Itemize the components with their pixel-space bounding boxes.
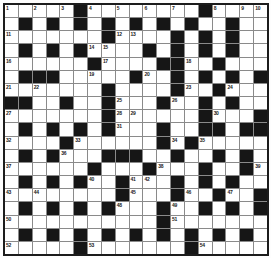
cell-r3-c9[interactable]: 12 bbox=[116, 31, 129, 43]
cell-r19-c10[interactable] bbox=[130, 242, 143, 254]
clue-number-20: 20 bbox=[144, 71, 149, 77]
cell-r19-c5[interactable] bbox=[60, 242, 73, 254]
black-cell-r2-c6 bbox=[74, 18, 87, 30]
cell-r8-c18[interactable] bbox=[240, 97, 253, 109]
cell-r5-c14[interactable]: 18 bbox=[185, 58, 198, 70]
cell-r17-c10[interactable] bbox=[130, 216, 143, 228]
cell-r13-c5[interactable] bbox=[60, 163, 73, 175]
cell-r13-c4[interactable] bbox=[47, 163, 60, 175]
cell-r7-c11[interactable] bbox=[143, 84, 156, 96]
cell-r19-c16[interactable] bbox=[213, 242, 226, 254]
cell-r13-c13[interactable] bbox=[171, 163, 184, 175]
cell-r7-c10[interactable] bbox=[130, 84, 143, 96]
cell-r7-c15[interactable] bbox=[199, 84, 212, 96]
cell-r18-c7[interactable] bbox=[88, 229, 101, 241]
cell-r3-c1[interactable]: 11 bbox=[5, 31, 18, 43]
cell-r9-c6[interactable] bbox=[74, 110, 87, 122]
cell-r18-c11[interactable] bbox=[143, 229, 156, 241]
cell-r7-c2[interactable] bbox=[19, 84, 32, 96]
cell-r5-c17[interactable] bbox=[226, 58, 239, 70]
cell-r11-c17[interactable] bbox=[226, 137, 239, 149]
black-cell-r5-c16 bbox=[213, 58, 226, 70]
cell-r12-c14[interactable] bbox=[185, 150, 198, 162]
cell-r17-c13[interactable]: 51 bbox=[171, 216, 184, 228]
cell-r19-c18[interactable] bbox=[240, 242, 253, 254]
cell-r2-c3[interactable] bbox=[33, 18, 46, 30]
cell-r17-c14[interactable] bbox=[185, 216, 198, 228]
cell-r15-c18[interactable] bbox=[240, 189, 253, 201]
cell-r4-c8[interactable]: 15 bbox=[102, 44, 115, 56]
cell-r5-c2[interactable] bbox=[19, 58, 32, 70]
black-cell-r4-c17 bbox=[226, 44, 239, 56]
cell-r10-c5[interactable] bbox=[60, 123, 73, 135]
cell-r17-c16[interactable] bbox=[213, 216, 226, 228]
cell-r17-c15[interactable] bbox=[199, 216, 212, 228]
cell-r15-c6[interactable] bbox=[74, 189, 87, 201]
cell-r4-c5[interactable] bbox=[60, 44, 73, 56]
cell-r1-c1[interactable]: 1 bbox=[5, 5, 18, 17]
cell-r6-c1[interactable] bbox=[5, 71, 18, 83]
cell-r18-c15[interactable] bbox=[199, 229, 212, 241]
cell-r4-c14[interactable] bbox=[185, 44, 198, 56]
cell-r9-c5[interactable] bbox=[60, 110, 73, 122]
cell-r19-c7[interactable]: 53 bbox=[88, 242, 101, 254]
cell-r9-c2[interactable] bbox=[19, 110, 32, 122]
cell-r1-c3[interactable]: 2 bbox=[33, 5, 46, 17]
cell-r17-c3[interactable] bbox=[33, 216, 46, 228]
black-cell-r2-c2 bbox=[19, 18, 32, 30]
cell-r9-c13[interactable] bbox=[171, 110, 184, 122]
clue-number-46: 46 bbox=[186, 189, 191, 195]
cell-r9-c10[interactable]: 29 bbox=[130, 110, 143, 122]
cell-r10-c3[interactable] bbox=[33, 123, 46, 135]
cell-r4-c10[interactable] bbox=[130, 44, 143, 56]
cell-r11-c16[interactable] bbox=[213, 137, 226, 149]
cell-r17-c5[interactable] bbox=[60, 216, 73, 228]
cell-r4-c7[interactable]: 14 bbox=[88, 44, 101, 56]
cell-r7-c17[interactable]: 24 bbox=[226, 84, 239, 96]
cell-r17-c18[interactable] bbox=[240, 216, 253, 228]
cell-r5-c6[interactable] bbox=[74, 58, 87, 70]
cell-r8-c4[interactable] bbox=[47, 97, 60, 109]
cell-r1-c4[interactable] bbox=[47, 5, 60, 17]
cell-r1-c7[interactable]: 4 bbox=[88, 5, 101, 17]
cell-r4-c9[interactable] bbox=[116, 44, 129, 56]
cell-r8-c10[interactable] bbox=[130, 97, 143, 109]
cell-r3-c2[interactable] bbox=[19, 31, 32, 43]
cell-r15-c3[interactable]: 44 bbox=[33, 189, 46, 201]
cell-r3-c3[interactable] bbox=[33, 31, 46, 43]
cell-r19-c12[interactable] bbox=[157, 242, 170, 254]
cell-r7-c3[interactable]: 22 bbox=[33, 84, 46, 96]
cell-r4-c18[interactable] bbox=[240, 44, 253, 56]
cell-r1-c5[interactable]: 3 bbox=[60, 5, 73, 17]
cell-r4-c19[interactable] bbox=[254, 44, 267, 56]
cell-r1-c18[interactable]: 9 bbox=[240, 5, 253, 17]
cell-r15-c7[interactable] bbox=[88, 189, 101, 201]
cell-r7-c5[interactable] bbox=[60, 84, 73, 96]
cell-r14-c14[interactable] bbox=[185, 176, 198, 188]
black-cell-r6-c4 bbox=[47, 71, 60, 83]
cell-r14-c11[interactable]: 42 bbox=[143, 176, 156, 188]
cell-r1-c12[interactable] bbox=[157, 5, 170, 17]
cell-r10-c14[interactable] bbox=[185, 123, 198, 135]
cell-r10-c7[interactable] bbox=[88, 123, 101, 135]
cell-r17-c4[interactable] bbox=[47, 216, 60, 228]
cell-r16-c7[interactable] bbox=[88, 202, 101, 214]
cell-r1-c13[interactable]: 7 bbox=[171, 5, 184, 17]
black-cell-r7-c13 bbox=[171, 84, 184, 96]
cell-r9-c1[interactable]: 27 bbox=[5, 110, 18, 122]
cell-r1-c8[interactable] bbox=[102, 5, 115, 17]
cell-r10-c10[interactable] bbox=[130, 123, 143, 135]
cell-r18-c13[interactable] bbox=[171, 229, 184, 241]
cell-r11-c10[interactable] bbox=[130, 137, 143, 149]
black-cell-r8-c17 bbox=[226, 97, 239, 109]
cell-r15-c12[interactable] bbox=[157, 189, 170, 201]
cell-r18-c17[interactable] bbox=[226, 229, 239, 241]
cell-r11-c18[interactable] bbox=[240, 137, 253, 149]
cell-r5-c1[interactable]: 16 bbox=[5, 58, 18, 70]
black-cell-r16-c12 bbox=[157, 202, 170, 214]
cell-r9-c9[interactable]: 28 bbox=[116, 110, 129, 122]
cell-r3-c10[interactable]: 13 bbox=[130, 31, 143, 43]
clue-number-35: 35 bbox=[200, 137, 205, 143]
cell-r17-c2[interactable] bbox=[19, 216, 32, 228]
black-cell-r8-c5 bbox=[60, 97, 73, 109]
cell-r1-c14[interactable] bbox=[185, 5, 198, 17]
cell-r16-c11[interactable] bbox=[143, 202, 156, 214]
cell-r15-c5[interactable] bbox=[60, 189, 73, 201]
cell-r13-c14[interactable] bbox=[185, 163, 198, 175]
cell-r5-c15[interactable] bbox=[199, 58, 212, 70]
cell-r19-c1[interactable]: 52 bbox=[5, 242, 18, 254]
cell-r9-c17[interactable] bbox=[226, 110, 239, 122]
cell-r5-c10[interactable] bbox=[130, 58, 143, 70]
cell-r15-c17[interactable]: 47 bbox=[226, 189, 239, 201]
cell-r11-c3[interactable] bbox=[33, 137, 46, 149]
cell-r19-c8[interactable] bbox=[102, 242, 115, 254]
cell-r13-c12[interactable]: 38 bbox=[157, 163, 170, 175]
black-cell-r9-c8 bbox=[102, 110, 115, 122]
cell-r17-c6[interactable] bbox=[74, 216, 87, 228]
black-cell-r15-c19 bbox=[254, 189, 267, 201]
cell-r19-c2[interactable] bbox=[19, 242, 32, 254]
clue-number-9: 9 bbox=[241, 5, 243, 11]
cell-r2-c5[interactable] bbox=[60, 18, 73, 30]
black-cell-r16-c6 bbox=[74, 202, 87, 214]
cell-r8-c7[interactable] bbox=[88, 97, 101, 109]
cell-r18-c3[interactable] bbox=[33, 229, 46, 241]
cell-r9-c12[interactable] bbox=[157, 110, 170, 122]
cell-r14-c8[interactable] bbox=[102, 176, 115, 188]
cell-r12-c17[interactable] bbox=[226, 150, 239, 162]
cell-r6-c5[interactable] bbox=[60, 71, 73, 83]
cell-r12-c11[interactable] bbox=[143, 150, 156, 162]
cell-r18-c1[interactable] bbox=[5, 229, 18, 241]
clue-number-3: 3 bbox=[61, 5, 63, 11]
cell-r2-c18[interactable] bbox=[240, 18, 253, 30]
cell-r17-c8[interactable] bbox=[102, 216, 115, 228]
cell-r6-c8[interactable] bbox=[102, 71, 115, 83]
cell-r13-c8[interactable] bbox=[102, 163, 115, 175]
cell-r8-c16[interactable] bbox=[213, 97, 226, 109]
cell-r14-c16[interactable] bbox=[213, 176, 226, 188]
cell-r7-c9[interactable] bbox=[116, 84, 129, 96]
cell-r5-c11[interactable] bbox=[143, 58, 156, 70]
clue-number-10: 10 bbox=[255, 5, 260, 11]
cell-r7-c14[interactable]: 23 bbox=[185, 84, 198, 96]
clue-number-5: 5 bbox=[117, 5, 119, 11]
cell-r19-c11[interactable] bbox=[143, 242, 156, 254]
cell-r17-c17[interactable] bbox=[226, 216, 239, 228]
cell-r15-c8[interactable] bbox=[102, 189, 115, 201]
cell-r7-c19[interactable] bbox=[254, 84, 267, 96]
cell-r8-c14[interactable] bbox=[185, 97, 198, 109]
cell-r18-c5[interactable] bbox=[60, 229, 73, 241]
cell-r1-c9[interactable]: 5 bbox=[116, 5, 129, 17]
cell-r3-c4[interactable] bbox=[47, 31, 60, 43]
cell-r1-c17[interactable] bbox=[226, 5, 239, 17]
cell-r9-c7[interactable] bbox=[88, 110, 101, 122]
cell-r15-c1[interactable]: 43 bbox=[5, 189, 18, 201]
cell-r3-c6[interactable] bbox=[74, 31, 87, 43]
cell-r19-c17[interactable] bbox=[226, 242, 239, 254]
cell-r16-c9[interactable]: 48 bbox=[116, 202, 129, 214]
cell-r15-c4[interactable] bbox=[47, 189, 60, 201]
cell-r2-c1[interactable] bbox=[5, 18, 18, 30]
cell-r11-c11[interactable] bbox=[143, 137, 156, 149]
cell-r2-c19[interactable] bbox=[254, 18, 267, 30]
cell-r11-c19[interactable] bbox=[254, 137, 267, 149]
cell-r13-c19[interactable]: 39 bbox=[254, 163, 267, 175]
cell-r15-c2[interactable] bbox=[19, 189, 32, 201]
cell-r19-c9[interactable] bbox=[116, 242, 129, 254]
cell-r13-c6[interactable] bbox=[74, 163, 87, 175]
cell-r17-c19[interactable] bbox=[254, 216, 267, 228]
cell-r8-c3[interactable] bbox=[33, 97, 46, 109]
cell-r16-c14[interactable] bbox=[185, 202, 198, 214]
cell-r13-c10[interactable] bbox=[130, 163, 143, 175]
cell-r16-c1[interactable] bbox=[5, 202, 18, 214]
cell-r1-c11[interactable]: 6 bbox=[143, 5, 156, 17]
cell-r11-c2[interactable] bbox=[19, 137, 32, 149]
cell-r6-c11[interactable]: 20 bbox=[143, 71, 156, 83]
cell-r2-c11[interactable] bbox=[143, 18, 156, 30]
cell-r17-c7[interactable] bbox=[88, 216, 101, 228]
cell-r3-c14[interactable] bbox=[185, 31, 198, 43]
cell-r6-c18[interactable] bbox=[240, 71, 253, 83]
cell-r6-c16[interactable] bbox=[213, 71, 226, 83]
clue-number-53: 53 bbox=[89, 242, 94, 248]
clue-number-36: 36 bbox=[61, 150, 66, 156]
cell-r10-c17[interactable] bbox=[226, 123, 239, 135]
cell-r8-c19[interactable] bbox=[254, 97, 267, 109]
clue-number-39: 39 bbox=[255, 163, 260, 169]
cell-r5-c9[interactable] bbox=[116, 58, 129, 70]
cell-r9-c16[interactable]: 30 bbox=[213, 110, 226, 122]
cell-r17-c11[interactable] bbox=[143, 216, 156, 228]
cell-r2-c9[interactable] bbox=[116, 18, 129, 30]
cell-r1-c16[interactable]: 8 bbox=[213, 5, 226, 17]
cell-r9-c14[interactable] bbox=[185, 110, 198, 122]
cell-r14-c18[interactable] bbox=[240, 176, 253, 188]
clue-number-38: 38 bbox=[158, 163, 163, 169]
cell-r14-c12[interactable] bbox=[157, 176, 170, 188]
cell-r11-c9[interactable] bbox=[116, 137, 129, 149]
cell-r5-c19[interactable] bbox=[254, 58, 267, 70]
cell-r10-c11[interactable] bbox=[143, 123, 156, 135]
cell-r5-c5[interactable] bbox=[60, 58, 73, 70]
cell-r7-c7[interactable] bbox=[88, 84, 101, 96]
cell-r8-c13[interactable]: 26 bbox=[171, 97, 184, 109]
cell-r14-c7[interactable]: 40 bbox=[88, 176, 101, 188]
cell-r11-c15[interactable]: 35 bbox=[199, 137, 212, 149]
cell-r10-c9[interactable]: 31 bbox=[116, 123, 129, 135]
cell-r11-c7[interactable] bbox=[88, 137, 101, 149]
black-cell-r18-c12 bbox=[157, 229, 170, 241]
cell-r15-c11[interactable] bbox=[143, 189, 156, 201]
cell-r1-c19[interactable]: 10 bbox=[254, 5, 267, 17]
cell-r3-c12[interactable] bbox=[157, 31, 170, 43]
cell-r7-c4[interactable] bbox=[47, 84, 60, 96]
cell-r7-c1[interactable]: 21 bbox=[5, 84, 18, 96]
cell-r3-c18[interactable] bbox=[240, 31, 253, 43]
cell-r12-c3[interactable] bbox=[33, 150, 46, 162]
clue-number-31: 31 bbox=[117, 123, 122, 129]
black-cell-r13-c18 bbox=[240, 163, 253, 175]
cell-r9-c18[interactable] bbox=[240, 110, 253, 122]
cell-r16-c3[interactable] bbox=[33, 202, 46, 214]
cell-r6-c9[interactable] bbox=[116, 71, 129, 83]
cell-r13-c16[interactable] bbox=[213, 163, 226, 175]
black-cell-r16-c17 bbox=[226, 202, 239, 214]
cell-r7-c12[interactable] bbox=[157, 84, 170, 96]
cell-r12-c6[interactable] bbox=[74, 150, 87, 162]
cell-r19-c13[interactable] bbox=[171, 242, 184, 254]
cell-r11-c6[interactable]: 33 bbox=[74, 137, 87, 149]
cell-r19-c19[interactable] bbox=[254, 242, 267, 254]
cell-r9-c11[interactable] bbox=[143, 110, 156, 122]
cell-r17-c1[interactable]: 50 bbox=[5, 216, 18, 228]
cell-r16-c5[interactable] bbox=[60, 202, 73, 214]
cell-r6-c7[interactable]: 19 bbox=[88, 71, 101, 83]
cell-r11-c13[interactable]: 34 bbox=[171, 137, 184, 149]
cell-r4-c3[interactable] bbox=[33, 44, 46, 56]
black-cell-r4-c4 bbox=[47, 44, 60, 56]
clue-number-1: 1 bbox=[6, 5, 8, 11]
cell-r6-c14[interactable] bbox=[185, 71, 198, 83]
cell-r17-c9[interactable] bbox=[116, 216, 129, 228]
cell-r8-c9[interactable]: 25 bbox=[116, 97, 129, 109]
cell-r3-c19[interactable] bbox=[254, 31, 267, 43]
cell-r14-c10[interactable]: 41 bbox=[130, 176, 143, 188]
cell-r15-c14[interactable]: 46 bbox=[185, 189, 198, 201]
cell-r2-c13[interactable] bbox=[171, 18, 184, 30]
cell-r8-c11[interactable] bbox=[143, 97, 156, 109]
cell-r16-c10[interactable] bbox=[130, 202, 143, 214]
clue-number-40: 40 bbox=[89, 176, 94, 182]
cell-r14-c5[interactable] bbox=[60, 176, 73, 188]
cell-r18-c9[interactable] bbox=[116, 229, 129, 241]
black-cell-r6-c17 bbox=[226, 71, 239, 83]
black-cell-r1-c6 bbox=[74, 5, 87, 17]
cell-r19-c4[interactable] bbox=[47, 242, 60, 254]
cell-r1-c2[interactable] bbox=[19, 5, 32, 17]
cell-r16-c13[interactable]: 49 bbox=[171, 202, 184, 214]
cell-r16-c16[interactable] bbox=[213, 202, 226, 214]
clue-number-26: 26 bbox=[172, 97, 177, 103]
cell-r19-c15[interactable]: 54 bbox=[199, 242, 212, 254]
cell-r6-c12[interactable] bbox=[157, 71, 170, 83]
black-cell-r18-c6 bbox=[74, 229, 87, 241]
black-cell-r12-c2 bbox=[19, 150, 32, 162]
cell-r16-c18[interactable] bbox=[240, 202, 253, 214]
cell-r14-c19[interactable] bbox=[254, 176, 267, 188]
cell-r9-c3[interactable] bbox=[33, 110, 46, 122]
cell-r5-c8[interactable]: 17 bbox=[102, 58, 115, 70]
cell-r11-c8[interactable] bbox=[102, 137, 115, 149]
cell-r12-c19[interactable] bbox=[254, 150, 267, 162]
cell-r12-c15[interactable] bbox=[199, 150, 212, 162]
cell-r5-c3[interactable] bbox=[33, 58, 46, 70]
cell-r14-c1[interactable] bbox=[5, 176, 18, 188]
cell-r15-c10[interactable]: 45 bbox=[130, 189, 143, 201]
cell-r11-c4[interactable] bbox=[47, 137, 60, 149]
cell-r3-c16[interactable] bbox=[213, 31, 226, 43]
cell-r13-c1[interactable]: 37 bbox=[5, 163, 18, 175]
cell-r14-c3[interactable] bbox=[33, 176, 46, 188]
black-cell-r7-c16 bbox=[213, 84, 226, 96]
cell-r13-c2[interactable] bbox=[19, 163, 32, 175]
cell-r1-c10[interactable] bbox=[130, 5, 143, 17]
cell-r7-c6[interactable] bbox=[74, 84, 87, 96]
cell-r4-c1[interactable] bbox=[5, 44, 18, 56]
cell-r2-c16[interactable] bbox=[213, 18, 226, 30]
cell-r12-c1[interactable] bbox=[5, 150, 18, 162]
cell-r3-c11[interactable] bbox=[143, 31, 156, 43]
cell-r9-c4[interactable] bbox=[47, 110, 60, 122]
cell-r4-c16[interactable] bbox=[213, 44, 226, 56]
cell-r19-c3[interactable] bbox=[33, 242, 46, 254]
cell-r15-c15[interactable] bbox=[199, 189, 212, 201]
cell-r11-c1[interactable]: 32 bbox=[5, 137, 18, 149]
cell-r2-c7[interactable] bbox=[88, 18, 101, 30]
cell-r4-c12[interactable] bbox=[157, 44, 170, 56]
cell-r13-c17[interactable] bbox=[226, 163, 239, 175]
cell-r12-c12[interactable] bbox=[157, 150, 170, 162]
cell-r5-c18[interactable] bbox=[240, 58, 253, 70]
cell-r8-c6[interactable] bbox=[74, 97, 87, 109]
cell-r5-c4[interactable] bbox=[47, 58, 60, 70]
black-cell-r2-c12 bbox=[157, 18, 170, 30]
black-cell-r19-c14 bbox=[185, 242, 198, 254]
cell-r2-c15[interactable] bbox=[199, 18, 212, 30]
cell-r18-c19[interactable] bbox=[254, 229, 267, 241]
clue-number-32: 32 bbox=[6, 137, 11, 143]
cell-r7-c18[interactable] bbox=[240, 84, 253, 96]
cell-r13-c9[interactable] bbox=[116, 163, 129, 175]
cell-r12-c7[interactable] bbox=[88, 150, 101, 162]
cell-r12-c5[interactable]: 36 bbox=[60, 150, 73, 162]
black-cell-r6-c15 bbox=[199, 71, 212, 83]
cell-r10-c13[interactable] bbox=[171, 123, 184, 135]
cell-r13-c3[interactable] bbox=[33, 163, 46, 175]
cell-r6-c6[interactable] bbox=[74, 71, 87, 83]
cell-r3-c7[interactable] bbox=[88, 31, 101, 43]
cell-r10-c1[interactable] bbox=[5, 123, 18, 135]
cell-r3-c5[interactable] bbox=[60, 31, 73, 43]
